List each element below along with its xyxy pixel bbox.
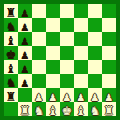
white-pawn[interactable]: ♟ xyxy=(35,93,44,103)
square-e4[interactable] xyxy=(60,60,74,74)
square-d2[interactable]: ♟ xyxy=(46,88,60,102)
square-a5[interactable]: ♚ xyxy=(4,46,18,60)
square-g3[interactable] xyxy=(88,74,102,88)
square-h1[interactable]: ♜ xyxy=(102,102,116,116)
square-e6[interactable] xyxy=(60,32,74,46)
square-g5[interactable] xyxy=(88,46,102,60)
square-g2[interactable]: ♟ xyxy=(88,88,102,102)
square-e2[interactable]: ♟ xyxy=(60,88,74,102)
black-rook[interactable]: ♜ xyxy=(6,7,17,19)
square-f1[interactable]: ♝ xyxy=(74,102,88,116)
square-c6[interactable] xyxy=(32,32,46,46)
black-rook[interactable]: ♜ xyxy=(6,91,17,103)
square-g4[interactable] xyxy=(88,60,102,74)
black-bishop[interactable]: ♝ xyxy=(6,63,17,75)
square-d7[interactable] xyxy=(46,18,60,32)
square-b5[interactable]: ♟ xyxy=(18,46,32,60)
square-f4[interactable] xyxy=(74,60,88,74)
square-h8[interactable] xyxy=(102,4,116,18)
white-pawn[interactable]: ♟ xyxy=(91,93,100,103)
white-pawn[interactable]: ♟ xyxy=(77,93,86,103)
square-c4[interactable] xyxy=(32,60,46,74)
square-d3[interactable] xyxy=(46,74,60,88)
square-g1[interactable]: ♞ xyxy=(88,102,102,116)
square-b4[interactable]: ♟ xyxy=(18,60,32,74)
square-b3[interactable]: ♟ xyxy=(18,74,32,88)
square-e7[interactable] xyxy=(60,18,74,32)
black-bishop[interactable]: ♝ xyxy=(6,35,17,47)
square-a6[interactable]: ♝ xyxy=(4,32,18,46)
square-e1[interactable]: ♚ xyxy=(60,102,74,116)
square-f7[interactable] xyxy=(74,18,88,32)
square-c3[interactable] xyxy=(32,74,46,88)
square-b7[interactable]: ♟ xyxy=(18,18,32,32)
white-rook[interactable]: ♜ xyxy=(20,105,31,117)
white-pawn[interactable]: ♟ xyxy=(49,93,58,103)
white-pawn[interactable]: ♟ xyxy=(63,93,72,103)
square-h6[interactable] xyxy=(102,32,116,46)
black-pawn[interactable]: ♟ xyxy=(21,51,30,61)
white-king[interactable]: ♚ xyxy=(62,105,73,117)
square-c1[interactable]: ♞ xyxy=(32,102,46,116)
white-bishop[interactable]: ♝ xyxy=(48,105,59,117)
square-b8[interactable]: ♟ xyxy=(18,4,32,18)
square-f6[interactable] xyxy=(74,32,88,46)
black-king[interactable]: ♚ xyxy=(6,49,17,61)
square-a7[interactable]: ♞ xyxy=(4,18,18,32)
square-b1[interactable]: ♜ xyxy=(18,102,32,116)
black-knight[interactable]: ♞ xyxy=(6,21,17,33)
square-c2[interactable]: ♟ xyxy=(32,88,46,102)
black-pawn[interactable]: ♟ xyxy=(21,23,30,33)
square-a8[interactable]: ♜ xyxy=(4,4,18,18)
square-d4[interactable] xyxy=(46,60,60,74)
square-g6[interactable] xyxy=(88,32,102,46)
square-h5[interactable] xyxy=(102,46,116,60)
white-rook[interactable]: ♜ xyxy=(104,105,115,117)
square-b2[interactable] xyxy=(18,88,32,102)
black-pawn[interactable]: ♟ xyxy=(21,79,30,89)
square-e3[interactable] xyxy=(60,74,74,88)
square-g8[interactable] xyxy=(88,4,102,18)
square-h2[interactable]: ♟ xyxy=(102,88,116,102)
black-pawn[interactable]: ♟ xyxy=(21,9,30,19)
chess-board: ♜♟♞♟♝♟♚♟♝♟♞♟♜♟♟♟♟♟♟♜♞♝♚♝♞♜ xyxy=(0,0,120,120)
white-knight[interactable]: ♞ xyxy=(34,105,45,117)
screenshot: ♜♟♞♟♝♟♚♟♝♟♞♟♜♟♟♟♟♟♟♜♞♝♚♝♞♜ xyxy=(0,0,120,120)
square-c8[interactable] xyxy=(32,4,46,18)
square-h7[interactable] xyxy=(102,18,116,32)
square-f2[interactable]: ♟ xyxy=(74,88,88,102)
square-h3[interactable] xyxy=(102,74,116,88)
square-e8[interactable] xyxy=(60,4,74,18)
black-knight[interactable]: ♞ xyxy=(6,77,17,89)
square-c5[interactable] xyxy=(32,46,46,60)
square-g7[interactable] xyxy=(88,18,102,32)
square-d6[interactable] xyxy=(46,32,60,46)
square-a2[interactable]: ♜ xyxy=(4,88,18,102)
square-h4[interactable] xyxy=(102,60,116,74)
square-f8[interactable] xyxy=(74,4,88,18)
square-f3[interactable] xyxy=(74,74,88,88)
square-a1[interactable] xyxy=(4,102,18,116)
square-f5[interactable] xyxy=(74,46,88,60)
black-pawn[interactable]: ♟ xyxy=(21,65,30,75)
white-pawn[interactable]: ♟ xyxy=(105,93,114,103)
square-a4[interactable]: ♝ xyxy=(4,60,18,74)
square-e5[interactable] xyxy=(60,46,74,60)
square-d8[interactable] xyxy=(46,4,60,18)
square-b6[interactable]: ♟ xyxy=(18,32,32,46)
white-knight[interactable]: ♞ xyxy=(90,105,101,117)
square-d5[interactable] xyxy=(46,46,60,60)
square-a3[interactable]: ♞ xyxy=(4,74,18,88)
square-c7[interactable] xyxy=(32,18,46,32)
white-bishop[interactable]: ♝ xyxy=(76,105,87,117)
square-d1[interactable]: ♝ xyxy=(46,102,60,116)
black-pawn[interactable]: ♟ xyxy=(21,37,30,47)
